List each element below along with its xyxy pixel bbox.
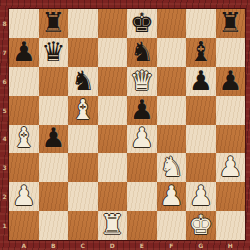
- square-f1[interactable]: [157, 211, 187, 240]
- black-pawn-h6[interactable]: ♟: [218, 67, 242, 94]
- square-a2[interactable]: ♟: [9, 182, 39, 211]
- square-b4[interactable]: ♟: [39, 125, 69, 154]
- square-d1[interactable]: ♜: [98, 211, 128, 240]
- square-f4[interactable]: [157, 125, 187, 154]
- square-d2[interactable]: [98, 182, 128, 211]
- square-d7[interactable]: [98, 38, 128, 67]
- chess-diagram: 87654321 ABCDEFGH ♜♚♜♟♛♞♝♞♛♟♟♝♟♝♟♟♞♟♟♟♟♜…: [0, 0, 250, 250]
- square-c4[interactable]: [68, 125, 98, 154]
- rank-label-6: 6: [0, 67, 9, 96]
- square-g6[interactable]: ♟: [186, 67, 216, 96]
- rank-label-5: 5: [0, 96, 9, 125]
- square-a4[interactable]: ♝: [9, 125, 39, 154]
- square-g8[interactable]: [186, 9, 216, 38]
- rank-label-8: 8: [0, 9, 9, 38]
- square-g4[interactable]: [186, 125, 216, 154]
- square-c2[interactable]: [68, 182, 98, 211]
- square-g2[interactable]: ♟: [186, 182, 216, 211]
- white-pawn-a2[interactable]: ♟: [12, 182, 36, 209]
- square-g5[interactable]: [186, 96, 216, 125]
- square-c6[interactable]: ♞: [68, 67, 98, 96]
- file-label-b: B: [39, 240, 69, 250]
- square-g1[interactable]: ♚: [186, 211, 216, 240]
- square-c7[interactable]: [68, 38, 98, 67]
- black-king-e8[interactable]: ♚: [130, 9, 154, 36]
- white-queen-e6[interactable]: ♛: [130, 67, 154, 94]
- square-b8[interactable]: ♜: [39, 9, 69, 38]
- square-e3[interactable]: [127, 153, 157, 182]
- square-b3[interactable]: [39, 153, 69, 182]
- square-h8[interactable]: ♜: [216, 9, 246, 38]
- square-f5[interactable]: [157, 96, 187, 125]
- black-queen-b7[interactable]: ♛: [41, 38, 65, 65]
- white-pawn-g2[interactable]: ♟: [189, 182, 213, 209]
- square-a7[interactable]: ♟: [9, 38, 39, 67]
- file-label-h: H: [216, 240, 246, 250]
- white-king-g1[interactable]: ♚: [189, 211, 213, 238]
- square-d5[interactable]: [98, 96, 128, 125]
- square-c3[interactable]: [68, 153, 98, 182]
- white-rook-d1[interactable]: ♜: [100, 211, 124, 238]
- black-pawn-a7[interactable]: ♟: [12, 38, 36, 65]
- square-e1[interactable]: [127, 211, 157, 240]
- rank-label-3: 3: [0, 153, 9, 182]
- square-f3[interactable]: ♞: [157, 153, 187, 182]
- black-pawn-b4[interactable]: ♟: [41, 125, 65, 152]
- square-c8[interactable]: [68, 9, 98, 38]
- square-h2[interactable]: [216, 182, 246, 211]
- white-bishop-a4[interactable]: ♝: [12, 125, 36, 152]
- black-pawn-e5[interactable]: ♟: [130, 96, 154, 123]
- file-label-e: E: [127, 240, 157, 250]
- square-a1[interactable]: [9, 211, 39, 240]
- square-d4[interactable]: [98, 125, 128, 154]
- file-label-a: A: [9, 240, 39, 250]
- square-b1[interactable]: [39, 211, 69, 240]
- square-a8[interactable]: [9, 9, 39, 38]
- square-e8[interactable]: ♚: [127, 9, 157, 38]
- square-a5[interactable]: [9, 96, 39, 125]
- square-f7[interactable]: [157, 38, 187, 67]
- square-e7[interactable]: ♞: [127, 38, 157, 67]
- square-h5[interactable]: [216, 96, 246, 125]
- square-f2[interactable]: ♟: [157, 182, 187, 211]
- file-label-d: D: [98, 240, 128, 250]
- file-labels: ABCDEFGH: [9, 240, 245, 250]
- square-c1[interactable]: [68, 211, 98, 240]
- square-c5[interactable]: ♝: [68, 96, 98, 125]
- square-d8[interactable]: [98, 9, 128, 38]
- square-d6[interactable]: [98, 67, 128, 96]
- square-b2[interactable]: [39, 182, 69, 211]
- square-b7[interactable]: ♛: [39, 38, 69, 67]
- black-rook-h8[interactable]: ♜: [218, 9, 242, 36]
- board-grid: ♜♚♜♟♛♞♝♞♛♟♟♝♟♝♟♟♞♟♟♟♟♜♚: [9, 9, 245, 240]
- white-bishop-c5[interactable]: ♝: [71, 96, 95, 123]
- square-d3[interactable]: [98, 153, 128, 182]
- file-label-f: F: [157, 240, 187, 250]
- black-rook-b8[interactable]: ♜: [41, 9, 65, 36]
- file-label-c: C: [68, 240, 98, 250]
- white-pawn-h3[interactable]: ♟: [218, 153, 242, 180]
- square-e4[interactable]: ♟: [127, 125, 157, 154]
- white-knight-f3[interactable]: ♞: [159, 153, 183, 180]
- square-h7[interactable]: [216, 38, 246, 67]
- square-b6[interactable]: [39, 67, 69, 96]
- square-a3[interactable]: [9, 153, 39, 182]
- square-h3[interactable]: ♟: [216, 153, 246, 182]
- rank-label-2: 2: [0, 182, 9, 211]
- square-e5[interactable]: ♟: [127, 96, 157, 125]
- square-h4[interactable]: [216, 125, 246, 154]
- square-e6[interactable]: ♛: [127, 67, 157, 96]
- white-pawn-e4[interactable]: ♟: [130, 125, 154, 152]
- black-knight-e7[interactable]: ♞: [130, 38, 154, 65]
- rank-label-7: 7: [0, 38, 9, 67]
- square-a6[interactable]: [9, 67, 39, 96]
- square-f8[interactable]: [157, 9, 187, 38]
- black-bishop-g7[interactable]: ♝: [189, 38, 213, 65]
- black-knight-c6[interactable]: ♞: [71, 67, 95, 94]
- square-f6[interactable]: [157, 67, 187, 96]
- white-pawn-f2[interactable]: ♟: [159, 182, 183, 209]
- rank-label-1: 1: [0, 211, 9, 240]
- square-g7[interactable]: ♝: [186, 38, 216, 67]
- square-h1[interactable]: [216, 211, 246, 240]
- rank-label-4: 4: [0, 125, 9, 154]
- square-h6[interactable]: ♟: [216, 67, 246, 96]
- square-b5[interactable]: [39, 96, 69, 125]
- square-g3[interactable]: [186, 153, 216, 182]
- black-pawn-g6[interactable]: ♟: [189, 67, 213, 94]
- square-e2[interactable]: [127, 182, 157, 211]
- rank-labels: 87654321: [0, 9, 9, 240]
- file-label-g: G: [186, 240, 216, 250]
